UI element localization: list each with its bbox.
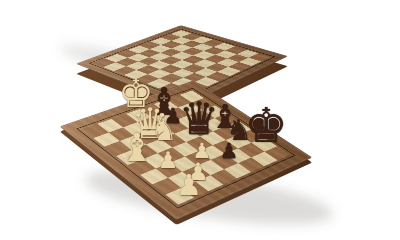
piece-white-bishop: ♝ [120,128,155,167]
chess-pieces-layer: ♚♝♟♛♛♞♝♞♚♝♟♟♟♟♟ [0,0,400,240]
product-photo: ♚♝♟♛♛♞♝♞♚♝♟♟♟♟♟ [0,0,400,240]
piece-dark-pawn: ♟ [220,141,239,162]
piece-dark-king: ♚ [244,101,287,149]
piece-white-knight: ♞ [151,115,178,145]
piece-white-pawn: ♟ [176,171,202,200]
